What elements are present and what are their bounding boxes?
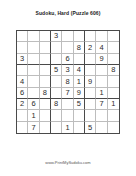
cell-r9c8 <box>96 122 107 133</box>
cell-r4c9: 8 <box>108 65 119 76</box>
cell-r7c3 <box>40 99 51 110</box>
cell-r2c8: 4 <box>96 42 107 53</box>
cell-r6c4 <box>51 88 62 99</box>
sudoku-sheet: Sudoku, Hard (Puzzle 606) 38243695348481… <box>0 0 136 176</box>
cell-r6c9 <box>108 88 119 99</box>
cell-r9c4 <box>51 122 62 133</box>
cell-r7c4: 8 <box>51 99 62 110</box>
cell-r1c3 <box>40 31 51 42</box>
cell-r3c8: 9 <box>96 54 107 65</box>
cell-r5c2 <box>28 76 39 87</box>
cell-r7c8: 7 <box>96 99 107 110</box>
cell-r9c6 <box>74 122 85 133</box>
cell-r2c9 <box>108 42 119 53</box>
cell-r9c2: 7 <box>28 122 39 133</box>
cell-r3c2 <box>28 54 39 65</box>
cell-r8c8 <box>96 110 107 121</box>
cell-r8c3 <box>40 110 51 121</box>
cell-r1c5 <box>62 31 73 42</box>
cell-r3c6 <box>74 54 85 65</box>
cell-r5c8 <box>96 76 107 87</box>
cell-r1c7 <box>85 31 96 42</box>
cell-r6c5: 7 <box>62 88 73 99</box>
cell-r3c3 <box>40 54 51 65</box>
cell-r1c9 <box>108 31 119 42</box>
sudoku-grid: 382436953484819687912685711715 <box>16 30 120 134</box>
cell-r8c9 <box>108 110 119 121</box>
cell-r1c4: 3 <box>51 31 62 42</box>
cell-r6c6: 9 <box>74 88 85 99</box>
cell-r7c6: 5 <box>74 99 85 110</box>
cell-r2c4 <box>51 42 62 53</box>
cell-r2c6: 8 <box>74 42 85 53</box>
cell-r5c7: 9 <box>85 76 96 87</box>
cell-r9c1 <box>17 122 28 133</box>
cell-r5c3 <box>40 76 51 87</box>
cell-r8c7 <box>85 110 96 121</box>
cell-r4c3 <box>40 65 51 76</box>
cell-r7c2: 6 <box>28 99 39 110</box>
cell-r7c9: 1 <box>108 99 119 110</box>
cell-r2c2 <box>28 42 39 53</box>
cell-r2c3 <box>40 42 51 53</box>
cell-r8c1 <box>17 110 28 121</box>
cell-r9c9 <box>108 122 119 133</box>
cell-r8c6 <box>74 110 85 121</box>
cell-r8c4 <box>51 110 62 121</box>
cell-r6c8: 1 <box>96 88 107 99</box>
cell-r1c1 <box>17 31 28 42</box>
cell-r4c2 <box>28 65 39 76</box>
footer-url: www.PrintMySudoku.com <box>0 160 136 165</box>
cell-r1c2 <box>28 31 39 42</box>
cell-r1c8 <box>96 31 107 42</box>
cell-r4c7 <box>85 65 96 76</box>
cell-r6c1: 6 <box>17 88 28 99</box>
cell-r3c9 <box>108 54 119 65</box>
cell-r7c1: 2 <box>17 99 28 110</box>
cell-r5c6: 1 <box>74 76 85 87</box>
cell-r4c5: 3 <box>62 65 73 76</box>
cell-r8c2: 1 <box>28 110 39 121</box>
cell-r4c1 <box>17 65 28 76</box>
cell-r5c5: 8 <box>62 76 73 87</box>
cell-r3c1: 3 <box>17 54 28 65</box>
cell-r3c4 <box>51 54 62 65</box>
cell-r1c6 <box>74 31 85 42</box>
cell-r9c3 <box>40 122 51 133</box>
cell-r2c5 <box>62 42 73 53</box>
cell-r3c7 <box>85 54 96 65</box>
cell-r4c8 <box>96 65 107 76</box>
cell-r6c7 <box>85 88 96 99</box>
cell-r8c5 <box>62 110 73 121</box>
cell-r4c6: 4 <box>74 65 85 76</box>
cell-r2c1 <box>17 42 28 53</box>
cell-r5c1: 4 <box>17 76 28 87</box>
cell-r7c5 <box>62 99 73 110</box>
cell-r2c7: 2 <box>85 42 96 53</box>
cell-r3c5: 6 <box>62 54 73 65</box>
cell-r9c5: 1 <box>62 122 73 133</box>
cell-r6c3: 8 <box>40 88 51 99</box>
cell-r5c9 <box>108 76 119 87</box>
cell-r4c4: 5 <box>51 65 62 76</box>
cell-r7c7 <box>85 99 96 110</box>
cell-r6c2 <box>28 88 39 99</box>
cell-r5c4 <box>51 76 62 87</box>
cell-r9c7: 5 <box>85 122 96 133</box>
puzzle-title: Sudoku, Hard (Puzzle 606) <box>0 10 136 16</box>
